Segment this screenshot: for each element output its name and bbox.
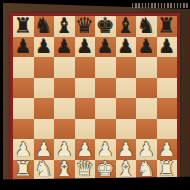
square-e5[interactable]	[95, 78, 116, 99]
square-a5[interactable]	[13, 78, 34, 99]
square-d4[interactable]	[75, 98, 96, 119]
square-g8[interactable]: ♞	[136, 16, 157, 37]
square-g7[interactable]: ♟	[136, 37, 157, 58]
square-d3[interactable]	[75, 119, 96, 140]
piece-black-knight-b8[interactable]: ♞	[34, 15, 53, 36]
square-c4[interactable]	[54, 98, 75, 119]
square-h8[interactable]: ♜	[157, 16, 178, 37]
square-f8[interactable]: ♝	[116, 16, 137, 37]
square-c7[interactable]: ♟	[54, 37, 75, 58]
letterbox-bottom-bar	[0, 177, 190, 190]
piece-black-bishop-f8[interactable]: ♝	[116, 15, 135, 36]
piece-white-pawn-h2[interactable]: ♟	[158, 139, 175, 158]
square-e8[interactable]: ♚	[95, 16, 116, 37]
square-f7[interactable]: ♟	[116, 37, 137, 58]
square-a7[interactable]: ♟	[13, 37, 34, 58]
chess-board: ♜♞♝♛♚♝♞♜♟♟♟♟♟♟♟♟♟♟♟♟♟♟♟♟♜♞♝♛♚♝♞♜	[10, 13, 180, 183]
square-c5[interactable]	[54, 78, 75, 99]
square-a4[interactable]	[13, 98, 34, 119]
square-c8[interactable]: ♝	[54, 16, 75, 37]
piece-black-queen-d8[interactable]: ♛	[75, 15, 94, 36]
piece-white-king-e1[interactable]: ♚	[96, 159, 115, 180]
square-g4[interactable]	[136, 98, 157, 119]
square-a1[interactable]: ♜	[13, 160, 34, 181]
square-a3[interactable]	[13, 119, 34, 140]
square-h3[interactable]	[157, 119, 178, 140]
piece-black-rook-a8[interactable]: ♜	[14, 15, 33, 36]
square-f3[interactable]	[116, 119, 137, 140]
piece-black-pawn-a7[interactable]: ♟	[15, 37, 32, 56]
square-b6[interactable]	[34, 57, 55, 78]
piece-black-king-e8[interactable]: ♚	[96, 15, 115, 36]
square-b4[interactable]	[34, 98, 55, 119]
piece-white-pawn-b2[interactable]: ♟	[35, 139, 52, 158]
piece-black-pawn-d7[interactable]: ♟	[76, 37, 93, 56]
piece-white-rook-a1[interactable]: ♜	[14, 159, 33, 180]
square-d8[interactable]: ♛	[75, 16, 96, 37]
square-a8[interactable]: ♜	[13, 16, 34, 37]
square-h5[interactable]	[157, 78, 178, 99]
piece-black-pawn-f7[interactable]: ♟	[117, 37, 134, 56]
square-e3[interactable]	[95, 119, 116, 140]
piece-black-bishop-c8[interactable]: ♝	[55, 15, 74, 36]
square-f5[interactable]	[116, 78, 137, 99]
square-c6[interactable]	[54, 57, 75, 78]
piece-black-pawn-e7[interactable]: ♟	[97, 37, 114, 56]
square-h7[interactable]: ♟	[157, 37, 178, 58]
piece-white-bishop-c1[interactable]: ♝	[55, 159, 74, 180]
square-e7[interactable]: ♟	[95, 37, 116, 58]
piece-white-pawn-a2[interactable]: ♟	[15, 139, 32, 158]
square-b8[interactable]: ♞	[34, 16, 55, 37]
piece-white-pawn-e2[interactable]: ♟	[97, 139, 114, 158]
square-g6[interactable]	[136, 57, 157, 78]
square-d7[interactable]: ♟	[75, 37, 96, 58]
piece-black-knight-g8[interactable]: ♞	[137, 15, 156, 36]
square-b3[interactable]	[34, 119, 55, 140]
square-c1[interactable]: ♝	[54, 160, 75, 181]
blurred-watermark	[132, 3, 188, 8]
square-d6[interactable]	[75, 57, 96, 78]
board-grid: ♜♞♝♛♚♝♞♜♟♟♟♟♟♟♟♟♟♟♟♟♟♟♟♟♜♞♝♛♚♝♞♜	[13, 16, 177, 180]
piece-white-queen-d1[interactable]: ♛	[75, 159, 94, 180]
square-a6[interactable]	[13, 57, 34, 78]
square-c3[interactable]	[54, 119, 75, 140]
square-h4[interactable]	[157, 98, 178, 119]
square-f4[interactable]	[116, 98, 137, 119]
piece-black-pawn-h7[interactable]: ♟	[158, 37, 175, 56]
square-b5[interactable]	[34, 78, 55, 99]
square-b7[interactable]: ♟	[34, 37, 55, 58]
piece-black-pawn-c7[interactable]: ♟	[56, 37, 73, 56]
chess-app-screen: ♜♞♝♛♚♝♞♜♟♟♟♟♟♟♟♟♟♟♟♟♟♟♟♟♜♞♝♛♚♝♞♜	[0, 0, 190, 190]
piece-black-rook-h8[interactable]: ♜	[157, 15, 176, 36]
square-f6[interactable]	[116, 57, 137, 78]
square-e6[interactable]	[95, 57, 116, 78]
square-e4[interactable]	[95, 98, 116, 119]
square-d5[interactable]	[75, 78, 96, 99]
piece-white-pawn-f2[interactable]: ♟	[117, 139, 134, 158]
square-g3[interactable]	[136, 119, 157, 140]
piece-black-pawn-b7[interactable]: ♟	[35, 37, 52, 56]
piece-black-pawn-g7[interactable]: ♟	[138, 37, 155, 56]
piece-white-pawn-d2[interactable]: ♟	[76, 139, 93, 158]
piece-white-knight-b1[interactable]: ♞	[34, 159, 53, 180]
square-g5[interactable]	[136, 78, 157, 99]
square-d1[interactable]: ♛	[75, 160, 96, 181]
piece-white-pawn-g2[interactable]: ♟	[138, 139, 155, 158]
piece-white-pawn-c2[interactable]: ♟	[56, 139, 73, 158]
square-h6[interactable]	[157, 57, 178, 78]
square-b1[interactable]: ♞	[34, 160, 55, 181]
